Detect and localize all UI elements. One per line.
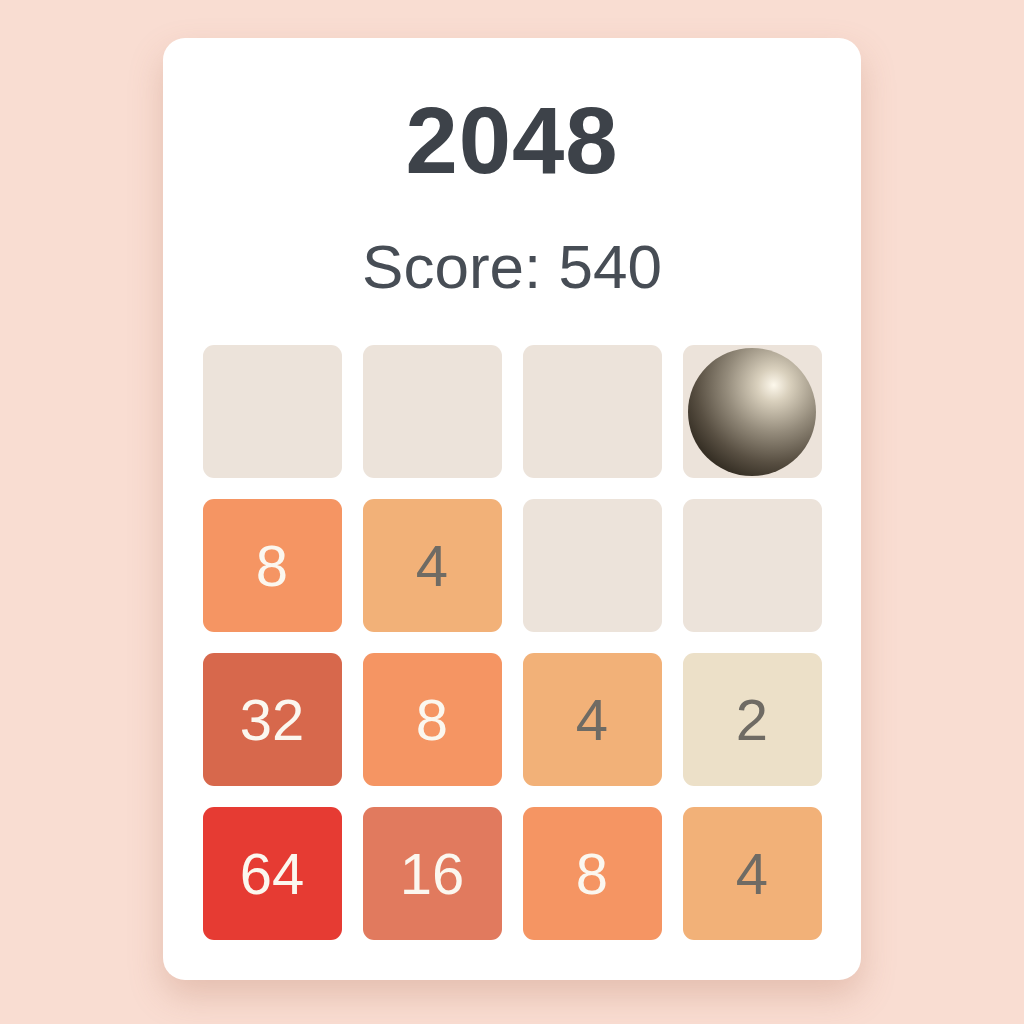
score-value: 540 bbox=[558, 232, 661, 301]
tile-r3c1: 32 bbox=[203, 653, 342, 786]
tile-r3c3: 4 bbox=[523, 653, 662, 786]
game-title: 2048 bbox=[405, 94, 618, 188]
game-card: 2048 Score: 540 8432842641684 bbox=[163, 38, 861, 980]
tile-r4c4: 4 bbox=[683, 807, 822, 940]
board-grid: 8432842641684 bbox=[203, 345, 822, 940]
sphere-marker[interactable] bbox=[688, 348, 816, 476]
page-background: { "game": "2048", "header": { "title": "… bbox=[0, 0, 1024, 1024]
tile-r4c3: 8 bbox=[523, 807, 662, 940]
tile-r1c3 bbox=[523, 345, 662, 478]
tile-r2c2: 4 bbox=[363, 499, 502, 632]
tile-r2c1: 8 bbox=[203, 499, 342, 632]
tile-r4c1: 64 bbox=[203, 807, 342, 940]
tile-r1c2 bbox=[363, 345, 502, 478]
tile-r2c4 bbox=[683, 499, 822, 632]
tile-r3c2: 8 bbox=[363, 653, 502, 786]
tile-r2c3 bbox=[523, 499, 662, 632]
tile-r1c1 bbox=[203, 345, 342, 478]
score-label: Score: bbox=[362, 232, 541, 301]
tile-r4c2: 16 bbox=[363, 807, 502, 940]
tile-r3c4: 2 bbox=[683, 653, 822, 786]
tile-r1c4 bbox=[683, 345, 822, 478]
score-display: Score: 540 bbox=[362, 236, 662, 298]
